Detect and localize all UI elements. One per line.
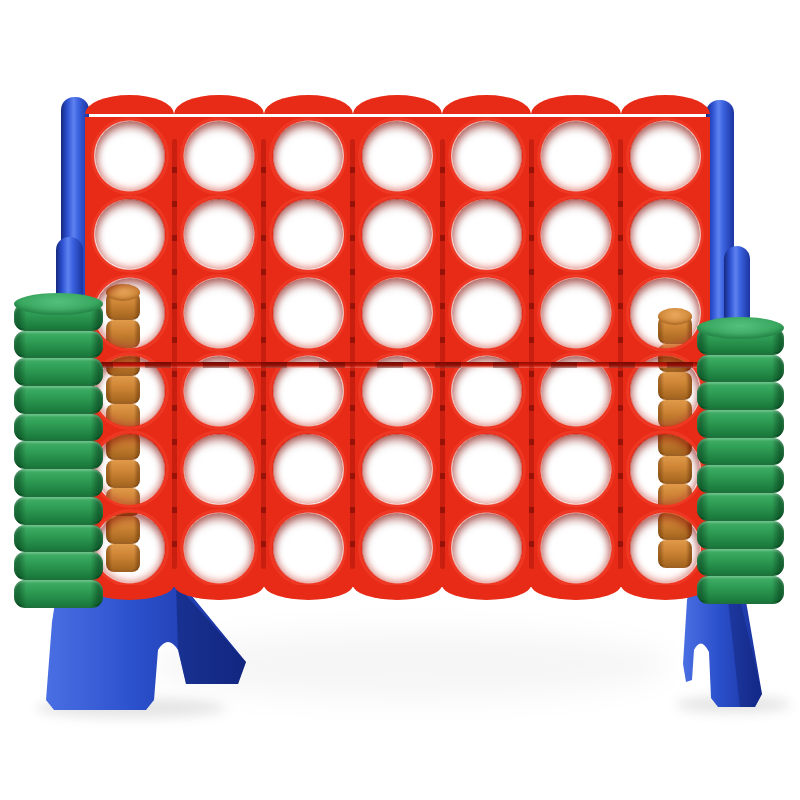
board-hole	[184, 278, 254, 348]
board-cell	[531, 509, 620, 587]
board-scallop-bump	[621, 95, 710, 114]
green-disc	[14, 331, 103, 359]
board-cell	[264, 195, 353, 273]
board-hole	[630, 278, 700, 348]
board-cell	[264, 274, 353, 352]
board-scallop-bump	[531, 585, 620, 600]
board-cell	[174, 195, 263, 273]
board-column-rib	[440, 139, 445, 569]
board-hole	[630, 434, 700, 504]
connect-four-board	[85, 95, 710, 600]
board-grid	[85, 117, 710, 587]
board-cell	[174, 430, 263, 508]
board-hole	[452, 278, 522, 348]
board-cell	[85, 117, 174, 195]
board-scallop-bump	[85, 95, 174, 114]
board-hole	[95, 278, 165, 348]
board-hole	[541, 434, 611, 504]
board-cell	[531, 430, 620, 508]
board-column-rib	[350, 139, 355, 569]
board-hole	[362, 121, 432, 191]
board-scallop-top	[85, 95, 710, 114]
green-disc	[14, 552, 103, 580]
board-cell	[353, 195, 442, 273]
board-cell	[264, 430, 353, 508]
green-disc	[14, 414, 103, 442]
board-hole	[362, 513, 432, 583]
board-scallop-bump	[264, 585, 353, 600]
board-scallop-bump	[442, 95, 531, 114]
board-cell	[174, 117, 263, 195]
board-cell	[442, 195, 531, 273]
board-hole	[184, 121, 254, 191]
board-cell	[442, 117, 531, 195]
green-disc	[14, 525, 103, 553]
green-disc	[14, 303, 103, 331]
green-disc	[697, 438, 784, 466]
board-cell	[621, 117, 710, 195]
board-column-rib	[529, 139, 534, 569]
board-hole	[273, 513, 343, 583]
board-cell	[353, 274, 442, 352]
board-scallop-bump	[353, 585, 442, 600]
board-cell	[531, 117, 620, 195]
board-cell	[264, 117, 353, 195]
board-hole	[541, 121, 611, 191]
board-cell	[264, 509, 353, 587]
green-disc	[697, 576, 784, 604]
board-cell	[442, 509, 531, 587]
board-hole	[273, 121, 343, 191]
board-cell	[174, 274, 263, 352]
board-middle-seam	[87, 362, 708, 368]
board-cell	[85, 195, 174, 273]
green-disc	[697, 355, 784, 383]
board-hole	[273, 199, 343, 269]
board-hole	[630, 513, 700, 583]
board-hole	[630, 199, 700, 269]
green-disc	[14, 386, 103, 414]
board-cell	[353, 117, 442, 195]
board-scallop-bump	[174, 95, 263, 114]
board-hole	[184, 513, 254, 583]
board-hole	[362, 278, 432, 348]
green-disc	[697, 465, 784, 493]
green-disc-stack-left	[14, 303, 103, 608]
board-hole	[630, 121, 700, 191]
board-hole	[541, 278, 611, 348]
green-disc	[14, 497, 103, 525]
green-disc	[697, 521, 784, 549]
green-disc	[697, 410, 784, 438]
green-disc	[14, 469, 103, 497]
board-scallop-bump	[353, 95, 442, 114]
board-scallop-bump	[264, 95, 353, 114]
board-hole	[452, 513, 522, 583]
board-hole	[273, 434, 343, 504]
green-disc-stack-right	[697, 327, 784, 604]
board-hole	[184, 199, 254, 269]
board-cell	[531, 195, 620, 273]
board-column-rib	[618, 139, 623, 569]
board-body	[85, 113, 710, 587]
board-cell	[531, 274, 620, 352]
board-hole	[452, 199, 522, 269]
product-photo-giant-connect-four	[0, 0, 800, 800]
board-scallop-bottom	[85, 585, 710, 600]
board-column-rib	[261, 139, 266, 569]
board-scallop-bump	[174, 585, 263, 600]
board-hole	[452, 121, 522, 191]
board-hole	[541, 199, 611, 269]
board-hole	[273, 278, 343, 348]
green-disc	[697, 493, 784, 521]
green-disc	[14, 441, 103, 469]
board-cell	[442, 274, 531, 352]
board-cell	[353, 509, 442, 587]
board-hole	[184, 434, 254, 504]
board-hole	[95, 513, 165, 583]
board-hole	[95, 434, 165, 504]
board-hole	[452, 434, 522, 504]
board-cell	[353, 430, 442, 508]
board-hole	[362, 199, 432, 269]
green-disc	[697, 327, 784, 355]
board-hole	[362, 434, 432, 504]
board-hole	[95, 121, 165, 191]
board-hole	[95, 199, 165, 269]
board-hole	[541, 513, 611, 583]
green-disc	[14, 358, 103, 386]
board-scallop-bump	[531, 95, 620, 114]
board-cell	[174, 509, 263, 587]
board-column-rib	[172, 139, 177, 569]
board-cell	[442, 430, 531, 508]
board-cell	[621, 195, 710, 273]
green-disc	[14, 580, 103, 608]
green-disc	[697, 549, 784, 577]
board-scallop-bump	[442, 585, 531, 600]
green-disc	[697, 382, 784, 410]
